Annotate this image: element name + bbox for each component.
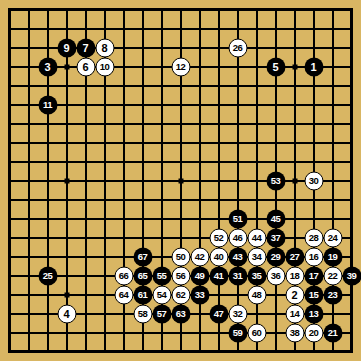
stone-black-49: 49 [190, 266, 209, 285]
stone-black-41: 41 [209, 266, 228, 285]
move-number: 56 [176, 271, 186, 281]
move-number: 6 [82, 61, 88, 72]
stone-black-55: 55 [152, 266, 171, 285]
stone-black-21: 21 [323, 323, 342, 342]
stone-white-48: 48 [247, 285, 266, 304]
stone-white-38: 38 [285, 323, 304, 342]
move-number: 8 [101, 42, 107, 53]
move-number: 1 [310, 61, 316, 72]
move-number: 60 [252, 328, 262, 338]
move-number: 29 [271, 252, 281, 262]
grid-line-vertical [218, 9, 220, 352]
stone-white-52: 52 [209, 228, 228, 247]
stone-black-29: 29 [266, 247, 285, 266]
stone-white-54: 54 [152, 285, 171, 304]
move-number: 35 [252, 271, 262, 281]
stone-white-58: 58 [133, 304, 152, 323]
stone-black-5: 5 [266, 57, 285, 76]
stone-black-43: 43 [228, 247, 247, 266]
grid-line-vertical [237, 9, 239, 352]
star-point [292, 178, 297, 183]
stone-white-30: 30 [304, 171, 323, 190]
stone-black-59: 59 [228, 323, 247, 342]
stone-white-60: 60 [247, 323, 266, 342]
move-number: 44 [252, 233, 262, 243]
star-point [178, 178, 183, 183]
move-number: 34 [252, 252, 262, 262]
move-number: 33 [195, 290, 205, 300]
move-number: 64 [119, 290, 129, 300]
move-number: 12 [176, 62, 186, 72]
stone-black-27: 27 [285, 247, 304, 266]
move-number: 11 [43, 100, 52, 110]
move-number: 21 [328, 328, 338, 338]
move-number: 20 [309, 328, 319, 338]
move-number: 22 [328, 271, 338, 281]
move-number: 24 [328, 233, 338, 243]
move-number: 28 [309, 233, 319, 243]
move-number: 32 [233, 309, 243, 319]
stone-white-44: 44 [247, 228, 266, 247]
move-number: 50 [176, 252, 186, 262]
stone-white-36: 36 [266, 266, 285, 285]
move-number: 67 [138, 252, 148, 262]
star-point [64, 64, 69, 69]
move-number: 63 [176, 309, 186, 319]
move-number: 13 [309, 309, 319, 319]
move-number: 14 [290, 309, 300, 319]
move-number: 45 [271, 214, 281, 224]
move-number: 17 [309, 271, 319, 281]
move-number: 65 [138, 271, 148, 281]
move-number: 36 [271, 271, 281, 281]
move-number: 19 [328, 252, 338, 262]
star-point [64, 178, 69, 183]
stone-black-31: 31 [228, 266, 247, 285]
stone-white-50: 50 [171, 247, 190, 266]
stone-black-61: 61 [133, 285, 152, 304]
move-number: 58 [138, 309, 148, 319]
stone-black-23: 23 [323, 285, 342, 304]
stone-white-20: 20 [304, 323, 323, 342]
star-point [64, 292, 69, 297]
stone-black-1: 1 [304, 57, 323, 76]
grid-line-horizontal [9, 199, 352, 201]
stone-black-7: 7 [76, 38, 95, 57]
move-number: 39 [347, 271, 357, 281]
stone-white-40: 40 [209, 247, 228, 266]
move-number: 31 [233, 271, 243, 281]
move-number: 9 [63, 42, 69, 53]
move-number: 26 [233, 43, 243, 53]
stone-white-10: 10 [95, 57, 114, 76]
stone-black-39: 39 [342, 266, 361, 285]
move-number: 2 [291, 289, 297, 300]
move-number: 66 [119, 271, 129, 281]
move-number: 40 [214, 252, 224, 262]
grid-line-horizontal [9, 237, 352, 239]
stone-white-14: 14 [285, 304, 304, 323]
stone-white-28: 28 [304, 228, 323, 247]
move-number: 52 [214, 233, 224, 243]
stone-white-4: 4 [57, 304, 76, 323]
stone-black-11: 11 [38, 95, 57, 114]
stone-white-2: 2 [285, 285, 304, 304]
stone-white-42: 42 [190, 247, 209, 266]
grid-line-horizontal [9, 218, 352, 220]
move-number: 5 [272, 61, 278, 72]
stone-white-16: 16 [304, 247, 323, 266]
stone-white-34: 34 [247, 247, 266, 266]
move-number: 43 [233, 252, 243, 262]
move-number: 38 [290, 328, 300, 338]
move-number: 15 [309, 290, 319, 300]
move-number: 54 [157, 290, 167, 300]
move-number: 4 [63, 308, 69, 319]
stone-white-22: 22 [323, 266, 342, 285]
move-number: 49 [195, 271, 205, 281]
stone-black-65: 65 [133, 266, 152, 285]
move-number: 41 [214, 271, 224, 281]
move-number: 57 [157, 309, 167, 319]
stone-black-63: 63 [171, 304, 190, 323]
stone-black-53: 53 [266, 171, 285, 190]
stone-black-45: 45 [266, 209, 285, 228]
move-number: 25 [43, 271, 53, 281]
stone-black-9: 9 [57, 38, 76, 57]
move-number: 62 [176, 290, 186, 300]
move-number: 27 [290, 252, 300, 262]
go-board: 1234567891011121314151617181920212223242… [0, 0, 361, 361]
star-point [292, 64, 297, 69]
stone-black-19: 19 [323, 247, 342, 266]
move-number: 16 [309, 252, 319, 262]
move-number: 18 [290, 271, 300, 281]
move-number: 47 [214, 309, 224, 319]
stone-black-3: 3 [38, 57, 57, 76]
stone-white-66: 66 [114, 266, 133, 285]
stone-white-64: 64 [114, 285, 133, 304]
stone-white-62: 62 [171, 285, 190, 304]
stone-white-18: 18 [285, 266, 304, 285]
move-number: 7 [82, 42, 88, 53]
stone-white-46: 46 [228, 228, 247, 247]
stone-white-26: 26 [228, 38, 247, 57]
move-number: 55 [157, 271, 167, 281]
move-number: 51 [233, 214, 243, 224]
stone-black-47: 47 [209, 304, 228, 323]
stone-black-35: 35 [247, 266, 266, 285]
stone-white-8: 8 [95, 38, 114, 57]
stone-white-12: 12 [171, 57, 190, 76]
stone-black-57: 57 [152, 304, 171, 323]
stone-black-17: 17 [304, 266, 323, 285]
stone-black-15: 15 [304, 285, 323, 304]
stone-white-24: 24 [323, 228, 342, 247]
stone-black-37: 37 [266, 228, 285, 247]
move-number: 30 [309, 176, 319, 186]
move-number: 59 [233, 328, 243, 338]
move-number: 23 [328, 290, 338, 300]
stone-white-6: 6 [76, 57, 95, 76]
stone-white-32: 32 [228, 304, 247, 323]
stone-black-67: 67 [133, 247, 152, 266]
stone-black-51: 51 [228, 209, 247, 228]
move-number: 46 [233, 233, 243, 243]
move-number: 37 [271, 233, 281, 243]
move-number: 10 [100, 62, 110, 72]
move-number: 53 [271, 176, 281, 186]
move-number: 61 [138, 290, 148, 300]
move-number: 48 [252, 290, 262, 300]
move-number: 42 [195, 252, 205, 262]
move-number: 3 [44, 61, 50, 72]
stone-black-33: 33 [190, 285, 209, 304]
stone-white-56: 56 [171, 266, 190, 285]
stone-black-13: 13 [304, 304, 323, 323]
stone-black-25: 25 [38, 266, 57, 285]
